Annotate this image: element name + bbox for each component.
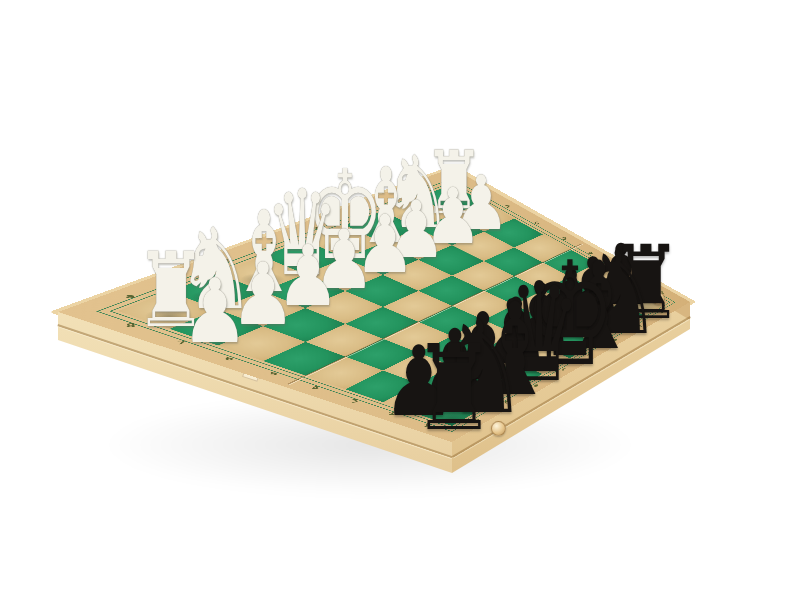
square-f5 — [484, 276, 543, 305]
file-label: б — [504, 400, 510, 404]
rank-label: 5 — [562, 237, 567, 241]
file-label: з — [660, 310, 664, 313]
rank-label: 7 — [505, 205, 511, 209]
rank-label: 4 — [588, 251, 593, 255]
rank-label: 2 — [637, 279, 641, 282]
clasp-knob — [491, 421, 506, 436]
rank-label: 6 — [534, 221, 539, 225]
rank-label: 5 — [269, 371, 277, 376]
square-d3 — [345, 275, 418, 307]
file-label: ж — [386, 196, 396, 201]
rank-label: 3 — [613, 265, 618, 269]
file-label: ж — [636, 324, 642, 328]
square-g3 — [452, 232, 514, 262]
square-c7 — [452, 349, 514, 378]
square-f2 — [383, 229, 452, 260]
chess-set-photo: 8877665544332211ааббввггддеежжзз ♜♞♝♛♚♝♞… — [0, 0, 810, 590]
file-label: а — [474, 417, 480, 422]
rank-label: 8 — [125, 323, 135, 328]
rank-label: 8 — [474, 188, 480, 192]
square-f7 — [543, 304, 596, 331]
square-f4 — [452, 261, 514, 290]
square-e3 — [383, 260, 452, 291]
rank-label: 1 — [423, 423, 429, 428]
square-g1 — [383, 197, 452, 228]
file-label: а — [125, 294, 135, 299]
rank-label: 2 — [388, 411, 395, 416]
square-g6 — [543, 277, 596, 304]
square-b6 — [383, 353, 452, 384]
rank-label: 7 — [177, 340, 186, 345]
square-g4 — [484, 247, 543, 276]
square-d6 — [452, 320, 514, 349]
file-label: в — [224, 257, 232, 262]
square-e2 — [345, 243, 418, 275]
square-c5 — [383, 322, 452, 353]
rank-label: 4 — [311, 385, 319, 390]
file-label: д — [310, 225, 319, 230]
rank-label: 3 — [351, 399, 358, 404]
coordinate-labels: 8877665544332211ааббввггддеежжзз — [58, 168, 452, 312]
board-fold-seam — [287, 244, 583, 385]
square-f3 — [418, 245, 484, 275]
square-b3 — [263, 308, 345, 342]
square-c4 — [345, 307, 418, 339]
square-b7 — [419, 366, 484, 396]
square-d2 — [305, 258, 383, 291]
square-c6 — [418, 336, 483, 366]
file-label: е — [350, 210, 357, 215]
square-e7 — [514, 318, 570, 346]
square-e5 — [452, 291, 514, 320]
file-label: в — [533, 383, 538, 387]
square-c2 — [263, 274, 345, 308]
file-label: д — [587, 352, 593, 356]
file-label: з — [423, 184, 428, 189]
square-d5 — [418, 306, 483, 336]
square-b4 — [306, 324, 383, 357]
file-label: е — [613, 337, 617, 341]
clasp-knob — [652, 292, 665, 305]
square-d4 — [383, 291, 452, 322]
square-g2 — [418, 215, 484, 245]
square-d7 — [484, 333, 543, 362]
file-label: г — [562, 367, 566, 371]
file-label: б — [176, 275, 185, 280]
square-e4 — [418, 276, 483, 306]
file-label: г — [269, 241, 275, 246]
square-g5 — [514, 262, 570, 290]
square-b5 — [345, 339, 418, 371]
square-b2 — [218, 291, 306, 326]
square-f6 — [514, 290, 570, 318]
square-c3 — [305, 291, 383, 324]
square-e6 — [484, 305, 543, 334]
rank-label: 6 — [224, 356, 233, 361]
square-g7 — [570, 290, 621, 317]
